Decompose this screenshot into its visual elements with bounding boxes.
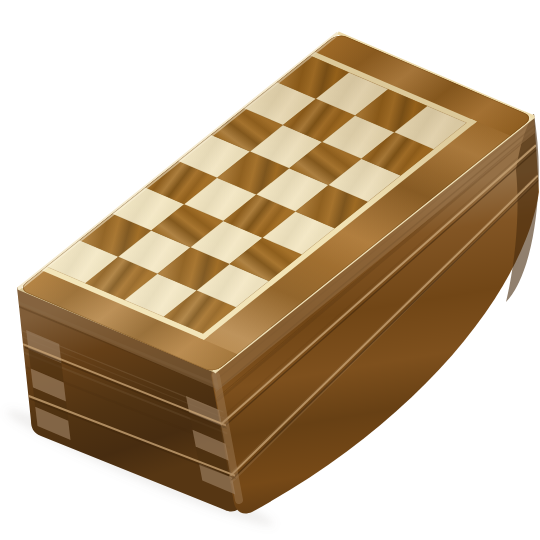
- product-photo-stage: [0, 0, 540, 540]
- chess-box-product-photo: [0, 0, 540, 540]
